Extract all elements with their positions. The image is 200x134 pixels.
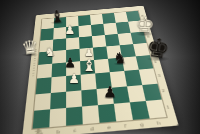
border-brand-marking — [32, 49, 37, 77]
rank-label-1: 1 — [167, 105, 171, 110]
rank-label-7: 7 — [144, 24, 147, 27]
square-a4 — [37, 64, 52, 79]
file-label-g: g — [140, 121, 144, 126]
square-b4 — [52, 62, 67, 77]
chess-board: abcdefgh 12345678 ⚜ — [22, 6, 179, 134]
square-b2 — [50, 91, 66, 109]
rank-label-6: 6 — [147, 35, 150, 38]
rank-label-4: 4 — [154, 60, 158, 64]
square-b3 — [51, 76, 66, 92]
square-c4 — [66, 61, 81, 76]
board-perspective-wrapper: abcdefgh 12345678 ⚜ — [24, 0, 164, 134]
file-label-f: f — [124, 123, 126, 128]
square-c2 — [66, 90, 82, 108]
square-a1 — [33, 109, 51, 129]
file-label-e: e — [107, 124, 111, 129]
square-d1 — [82, 105, 100, 124]
file-label-h: h — [157, 120, 161, 125]
fleur-de-lis-logo: ⚜ — [31, 127, 44, 134]
square-d4 — [80, 60, 95, 75]
rank-label-2: 2 — [162, 89, 166, 93]
square-a2 — [34, 93, 51, 111]
square-a3 — [36, 77, 52, 93]
rank-label-3: 3 — [158, 73, 162, 77]
square-b1 — [49, 108, 66, 128]
square-d3 — [81, 74, 97, 90]
photo-background: abcdefgh 12345678 ⚜ ♝♟♛♞♟♝♟♟♞♟♚♚ — [0, 0, 200, 134]
square-c3 — [66, 75, 81, 91]
rank-label-8: 8 — [141, 14, 144, 17]
rank-label-5: 5 — [150, 47, 153, 50]
square-d2 — [81, 89, 98, 107]
file-label-c: c — [73, 127, 76, 132]
file-label-b: b — [56, 129, 59, 134]
square-c1 — [66, 106, 83, 125]
file-label-d: d — [90, 126, 93, 131]
